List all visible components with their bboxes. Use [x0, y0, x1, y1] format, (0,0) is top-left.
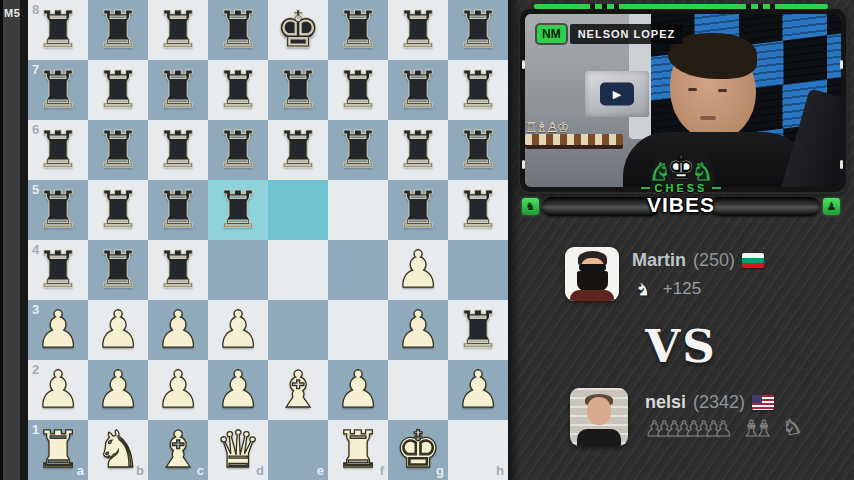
black-rook-piece[interactable]: ♜	[95, 240, 141, 300]
white-pawn-piece[interactable]: ♟	[155, 300, 201, 360]
black-rook-piece[interactable]: ♜	[215, 60, 261, 120]
square-b1[interactable]: b♞	[88, 420, 148, 480]
desk-chess-board	[525, 134, 623, 145]
captured-knight: ♞	[783, 416, 802, 442]
player-bottom-rating: (2342)	[693, 392, 745, 413]
black-rook-piece[interactable]: ♜	[335, 120, 381, 180]
black-rook-piece[interactable]: ♜	[35, 60, 81, 120]
square-a2[interactable]: 2♟	[28, 360, 88, 420]
square-g4[interactable]: ♟	[388, 240, 448, 300]
avatar-sunglasses	[579, 264, 606, 271]
white-pawn-piece[interactable]: ♟	[215, 360, 261, 420]
logo-dash	[712, 187, 721, 189]
eval-label: M5	[4, 7, 20, 19]
white-pawn-piece[interactable]: ♟	[95, 300, 141, 360]
vs-label: VS	[508, 320, 854, 373]
chess-board[interactable]: 8♜♜♜♜♚♜♜♜7♜♜♜♜♜♜♜♜6♜♜♜♜♜♜♜♜5♜♜♜♜♜♜4♜♜♜♟3…	[28, 0, 508, 480]
avatar-shirt	[570, 290, 614, 301]
white-pawn-piece[interactable]: ♟	[215, 300, 261, 360]
captured-pawns: ♟♟♟♟♟♟♟♟	[645, 416, 733, 442]
player-bottom-name[interactable]: nelsi	[645, 392, 686, 413]
square-e4[interactable]	[268, 240, 328, 300]
white-pawn-piece[interactable]: ♟	[455, 360, 501, 420]
square-c3[interactable]: ♟	[148, 300, 208, 360]
white-knight-piece[interactable]: ♞	[95, 420, 141, 480]
black-rook-piece[interactable]: ♜	[35, 0, 81, 60]
square-a3[interactable]: 3♟	[28, 300, 88, 360]
square-d1[interactable]: d♛	[208, 420, 268, 480]
square-f1[interactable]: f♜	[328, 420, 388, 480]
desk-chess-pieces: ♖♗♙♔	[525, 120, 623, 134]
file-label-e: e	[317, 464, 324, 477]
webcam-top-accent-bar	[534, 4, 828, 9]
knight-icon: ♞	[522, 198, 539, 215]
file-label-a: a	[77, 464, 84, 477]
black-rook-piece[interactable]: ♜	[95, 120, 141, 180]
youtube-play-icon: ▶	[600, 83, 634, 106]
rank-label-1: 1	[32, 423, 39, 436]
file-label-f: f	[380, 464, 384, 477]
rank-label-5: 5	[32, 183, 39, 196]
black-rook-piece[interactable]: ♜	[455, 60, 501, 120]
avatar-face	[587, 397, 611, 425]
desk-chess-set: ♖♗♙♔	[525, 120, 623, 145]
usa-flag-icon	[752, 395, 774, 410]
avatar-martin[interactable]	[565, 247, 619, 301]
title-badge: NM	[537, 25, 566, 43]
frame-tick-icon	[840, 60, 843, 69]
square-a1[interactable]: 1a♜	[28, 420, 88, 480]
player-top-name[interactable]: Martin	[632, 250, 686, 271]
square-f4[interactable]	[328, 240, 388, 300]
file-label-h: h	[496, 464, 504, 477]
black-rook-piece[interactable]: ♜	[395, 0, 441, 60]
avatar-nelsi[interactable]	[570, 388, 628, 446]
square-a5[interactable]: 5♜	[28, 180, 88, 240]
rank-label-7: 7	[32, 63, 39, 76]
white-pawn-piece[interactable]: ♟	[335, 360, 381, 420]
square-b8[interactable]: ♜	[88, 0, 148, 60]
black-rook-piece[interactable]: ♜	[35, 240, 81, 300]
square-b2[interactable]: ♟	[88, 360, 148, 420]
black-rook-piece[interactable]: ♜	[35, 120, 81, 180]
square-d8[interactable]: ♜	[208, 0, 268, 60]
square-h7[interactable]: ♜	[448, 60, 508, 120]
square-b3[interactable]: ♟	[88, 300, 148, 360]
bulgaria-flag-icon	[742, 253, 764, 268]
square-h8[interactable]: ♜	[448, 0, 508, 60]
captured-knight: ♞	[634, 277, 653, 301]
square-e2[interactable]: ♝	[268, 360, 328, 420]
black-rook-piece[interactable]: ♜	[155, 180, 201, 240]
player-bottom-name-row: nelsi (2342)	[645, 392, 774, 413]
white-rook-piece[interactable]: ♜	[35, 420, 81, 480]
black-rook-piece[interactable]: ♜	[275, 60, 321, 120]
streamer-mouth	[700, 116, 716, 120]
square-c8[interactable]: ♜	[148, 0, 208, 60]
black-rook-piece[interactable]: ♜	[155, 0, 201, 60]
streamer-name: NELSON LOPEZ	[570, 24, 684, 44]
rank-label-8: 8	[32, 3, 39, 16]
stream-panel: ▶ ♖♗♙♔ NM NELSON LOPEZ	[508, 0, 854, 480]
square-f3[interactable]	[328, 300, 388, 360]
black-rook-piece[interactable]: ♜	[455, 0, 501, 60]
black-rook-piece[interactable]: ♜	[275, 120, 321, 180]
square-e3[interactable]	[268, 300, 328, 360]
logo-vibes-text: VIBES	[616, 193, 746, 217]
square-e1[interactable]: e	[268, 420, 328, 480]
square-h1[interactable]: h	[448, 420, 508, 480]
square-d7[interactable]: ♜	[208, 60, 268, 120]
square-d5[interactable]: ♜	[208, 180, 268, 240]
black-rook-piece[interactable]: ♜	[155, 120, 201, 180]
square-c5[interactable]: ♜	[148, 180, 208, 240]
app-window: M5 8♜♜♜♜♚♜♜♜7♜♜♜♜♜♜♜♜6♜♜♜♜♜♜♜♜5♜♜♜♜♜♜4♜♜…	[0, 0, 854, 480]
square-b5[interactable]: ♜	[88, 180, 148, 240]
black-rook-piece[interactable]: ♜	[215, 180, 261, 240]
black-rook-piece[interactable]: ♜	[95, 0, 141, 60]
file-label-g: g	[436, 464, 444, 477]
square-d3[interactable]: ♟	[208, 300, 268, 360]
square-e8[interactable]: ♚	[268, 0, 328, 60]
file-label-b: b	[136, 464, 144, 477]
white-bishop-piece[interactable]: ♝	[275, 360, 321, 420]
white-pawn-piece[interactable]: ♟	[155, 360, 201, 420]
black-rook-piece[interactable]: ♜	[155, 240, 201, 300]
black-rook-piece[interactable]: ♜	[455, 180, 501, 240]
white-rook-piece[interactable]: ♜	[335, 420, 381, 480]
rank-label-4: 4	[32, 243, 39, 256]
black-rook-piece[interactable]: ♜	[215, 0, 261, 60]
streamer-face	[670, 40, 756, 140]
captured-bishops: ♝♝	[742, 416, 774, 442]
white-pawn-piece[interactable]: ♟	[35, 300, 81, 360]
player-top-rating: (250)	[693, 250, 735, 271]
square-c2[interactable]: ♟	[148, 360, 208, 420]
white-pawn-piece[interactable]: ♟	[35, 360, 81, 420]
square-f8[interactable]: ♜	[328, 0, 388, 60]
square-e5[interactable]	[268, 180, 328, 240]
square-c4[interactable]: ♜	[148, 240, 208, 300]
frame-tick-icon	[522, 160, 525, 169]
square-c6[interactable]: ♜	[148, 120, 208, 180]
square-c7[interactable]: ♜	[148, 60, 208, 120]
square-f6[interactable]: ♜	[328, 120, 388, 180]
captured-pieces-bottom: ♟♟♟♟♟♟♟♟♝♝♞	[645, 416, 802, 442]
square-h2[interactable]: ♟	[448, 360, 508, 420]
white-pawn-piece[interactable]: ♟	[95, 360, 141, 420]
black-rook-piece[interactable]: ♜	[95, 60, 141, 120]
square-e6[interactable]: ♜	[268, 120, 328, 180]
accent-dashes-right	[746, 4, 782, 9]
black-rook-piece[interactable]: ♜	[395, 180, 441, 240]
square-g3[interactable]: ♟	[388, 300, 448, 360]
rank-label-3: 3	[32, 303, 39, 316]
square-g6[interactable]: ♜	[388, 120, 448, 180]
pawn-icon: ♟	[823, 198, 840, 215]
square-g5[interactable]: ♜	[388, 180, 448, 240]
square-h5[interactable]: ♜	[448, 180, 508, 240]
material-advantage: +125	[663, 277, 701, 301]
square-b6[interactable]: ♜	[88, 120, 148, 180]
square-c1[interactable]: c♝	[148, 420, 208, 480]
chess-vibes-logo: ♞ ♚ ♞ CHESS VIBES	[616, 150, 746, 217]
black-rook-piece[interactable]: ♜	[395, 120, 441, 180]
black-rook-piece[interactable]: ♜	[95, 180, 141, 240]
square-h4[interactable]	[448, 240, 508, 300]
avatar-shirt	[577, 429, 621, 446]
square-a8[interactable]: 8♜	[28, 0, 88, 60]
black-rook-piece[interactable]: ♜	[335, 60, 381, 120]
streamer-eyes	[688, 88, 697, 91]
square-f7[interactable]: ♜	[328, 60, 388, 120]
rank-label-6: 6	[32, 123, 39, 136]
white-queen-piece[interactable]: ♛	[215, 420, 261, 480]
youtube-play-button-plaque: ▶	[585, 71, 649, 117]
frame-tick-icon	[840, 160, 843, 169]
black-rook-piece[interactable]: ♜	[455, 300, 501, 360]
black-rook-piece[interactable]: ♜	[335, 0, 381, 60]
square-g1[interactable]: g♚	[388, 420, 448, 480]
square-f2[interactable]: ♟	[328, 360, 388, 420]
square-a6[interactable]: 6♜	[28, 120, 88, 180]
square-h3[interactable]: ♜	[448, 300, 508, 360]
logo-king-icon: ♚	[666, 151, 696, 184]
square-d4[interactable]	[208, 240, 268, 300]
white-pawn-piece[interactable]: ♟	[395, 300, 441, 360]
black-rook-piece[interactable]: ♜	[155, 60, 201, 120]
accent-dashes-left	[590, 4, 626, 9]
streamer-nameplate: NM NELSON LOPEZ	[537, 24, 683, 44]
rank-label-2: 2	[32, 363, 39, 376]
square-b7[interactable]: ♜	[88, 60, 148, 120]
square-a7[interactable]: 7♜	[28, 60, 88, 120]
square-g2[interactable]	[388, 360, 448, 420]
square-a4[interactable]: 4♜	[28, 240, 88, 300]
captured-pieces-top: ♞+125	[634, 277, 701, 301]
square-h6[interactable]: ♜	[448, 120, 508, 180]
square-b4[interactable]: ♜	[88, 240, 148, 300]
frame-tick-icon	[522, 60, 525, 69]
square-g8[interactable]: ♜	[388, 0, 448, 60]
player-top-name-row: Martin (250)	[632, 250, 764, 271]
black-rook-piece[interactable]: ♜	[395, 60, 441, 120]
square-d2[interactable]: ♟	[208, 360, 268, 420]
file-label-d: d	[256, 464, 264, 477]
side-strip: M5	[0, 0, 28, 480]
file-label-c: c	[197, 464, 204, 477]
square-e7[interactable]: ♜	[268, 60, 328, 120]
black-king-piece[interactable]: ♚	[275, 0, 321, 60]
logo-pieces: ♞ ♚ ♞	[616, 150, 746, 184]
black-rook-piece[interactable]: ♜	[455, 120, 501, 180]
white-bishop-piece[interactable]: ♝	[155, 420, 201, 480]
white-king-piece[interactable]: ♚	[395, 420, 441, 480]
square-g7[interactable]: ♜	[388, 60, 448, 120]
white-pawn-piece[interactable]: ♟	[395, 240, 441, 300]
square-d6[interactable]: ♜	[208, 120, 268, 180]
black-rook-piece[interactable]: ♜	[215, 120, 261, 180]
logo-dash	[641, 187, 650, 189]
square-f5[interactable]	[328, 180, 388, 240]
black-rook-piece[interactable]: ♜	[35, 180, 81, 240]
